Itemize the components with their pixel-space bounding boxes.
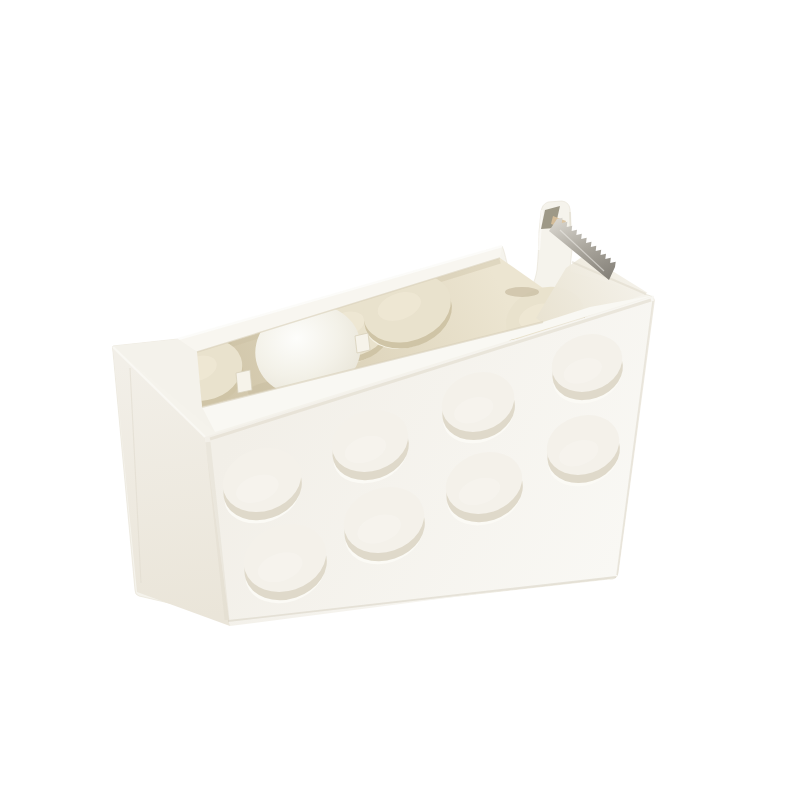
clip-tab: [355, 333, 370, 353]
product-photo: [0, 0, 800, 800]
tape-slot-shadow: [505, 287, 539, 297]
tape-dispenser-illustration: [0, 0, 800, 800]
photo-stage: [0, 0, 800, 800]
clip-tab: [236, 370, 252, 393]
